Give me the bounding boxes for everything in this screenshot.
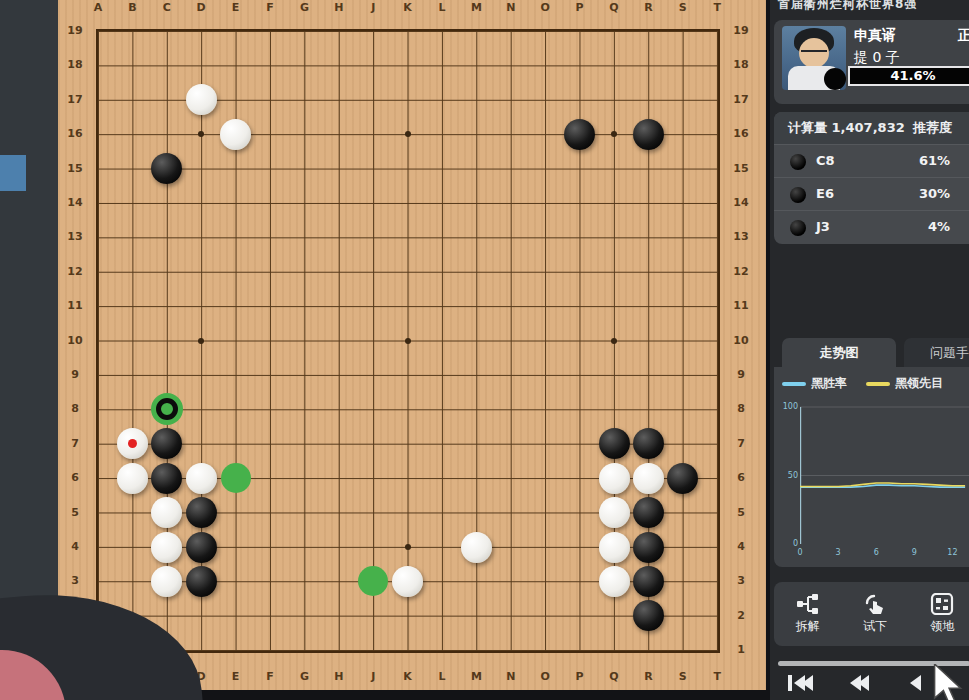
suggestions-panel: 计算量 1,407,832 推荐度 C861%E630%J34% <box>774 112 969 244</box>
coord-row-label: 4 <box>64 540 86 554</box>
coord-column-label: M <box>465 1 487 15</box>
coord-row-label: 3 <box>730 574 752 588</box>
coord-row-label: 11 <box>64 299 86 313</box>
coord-column-label: D <box>190 1 212 15</box>
black-stone-icon <box>790 220 806 236</box>
coord-row-label: 15 <box>730 162 752 176</box>
coord-row-label: 14 <box>64 196 86 210</box>
tab-problem-moves[interactable]: 问题手 <box>904 338 969 367</box>
y-axis-tick: 100 <box>774 402 798 411</box>
coord-row-label: 10 <box>64 334 86 348</box>
coord-column-label: R <box>637 1 659 15</box>
player-name: 申真谞 <box>854 27 896 45</box>
black-stone-badge <box>824 68 846 90</box>
coord-row-label: 19 <box>730 24 752 38</box>
black-stone <box>564 119 595 150</box>
black-stone <box>633 428 664 459</box>
chart-legend: 黑胜率 黑领先目 <box>782 375 957 392</box>
coord-row-label: 19 <box>64 24 86 38</box>
skip-to-start-icon <box>788 675 792 691</box>
hand-tap-icon <box>863 593 887 615</box>
coord-row-label: 2 <box>730 609 752 623</box>
y-axis-tick: 0 <box>774 539 798 548</box>
step-back-icon <box>910 675 921 691</box>
white-stone <box>186 84 217 115</box>
coord-row-label: 9 <box>64 368 86 382</box>
star-point <box>405 131 411 137</box>
coord-column-label: C <box>156 1 178 15</box>
tool-try-move-label: 试下 <box>863 618 887 635</box>
coord-column-label: O <box>534 670 556 684</box>
mouse-cursor <box>928 664 969 700</box>
coord-column-label: A <box>87 1 109 15</box>
suggestion-percent: 61% <box>919 153 950 168</box>
coord-column-label: O <box>534 1 556 15</box>
x-axis-tick: 6 <box>870 548 882 557</box>
white-stone <box>186 463 217 494</box>
tab-trend-chart[interactable]: 走势图 <box>782 338 896 367</box>
suggestions-header: 计算量 1,407,832 推荐度 <box>774 112 969 144</box>
white-stone <box>392 566 423 597</box>
black-stone <box>633 497 664 528</box>
branch-icon <box>796 593 820 615</box>
legend-line-black-winrate <box>782 382 806 386</box>
coord-row-label: 16 <box>64 127 86 141</box>
black-stone <box>186 532 217 563</box>
star-point <box>405 544 411 550</box>
side-drawer-handle[interactable] <box>0 155 26 191</box>
coord-column-label: R <box>637 670 659 684</box>
coord-row-label: 5 <box>64 506 86 520</box>
visits-label: 计算量 <box>788 120 827 135</box>
coord-row-label: 17 <box>730 93 752 107</box>
coord-column-label: H <box>328 670 350 684</box>
coord-column-label: S <box>672 1 694 15</box>
coord-row-label: 12 <box>730 265 752 279</box>
coord-column-label: G <box>293 1 315 15</box>
fast-rewind-button[interactable] <box>850 675 869 691</box>
x-axis-tick: 9 <box>908 548 920 557</box>
coord-column-label: T <box>706 670 728 684</box>
visits-text: 计算量 1,407,832 <box>788 112 905 144</box>
coord-column-label: F <box>259 670 281 684</box>
tool-branch[interactable]: 拆解 <box>796 593 820 635</box>
coord-column-label: E <box>225 670 247 684</box>
coord-row-label: 3 <box>64 574 86 588</box>
black-stone <box>633 566 664 597</box>
tool-territory[interactable]: 领地 <box>930 593 954 635</box>
coord-column-label: T <box>706 1 728 15</box>
coord-column-label: K <box>397 670 419 684</box>
coord-row-label: 6 <box>730 471 752 485</box>
coord-column-label: B <box>121 1 143 15</box>
tool-territory-label: 领地 <box>930 618 954 635</box>
coord-column-label: H <box>328 1 350 15</box>
black-stone-icon <box>790 187 806 203</box>
suggestion-row[interactable]: C861% <box>774 144 969 177</box>
white-stone <box>461 532 492 563</box>
black-stone <box>186 497 217 528</box>
coord-column-label: P <box>569 670 591 684</box>
black-stone <box>633 600 664 631</box>
coord-row-label: 18 <box>64 58 86 72</box>
coord-column-label: Q <box>603 1 625 15</box>
x-axis-tick: 0 <box>794 548 806 557</box>
star-point <box>611 338 617 344</box>
black-stone <box>186 566 217 597</box>
coord-column-label: P <box>569 1 591 15</box>
coord-row-label: 12 <box>64 265 86 279</box>
white-stone <box>633 463 664 494</box>
coord-row-label: 6 <box>64 471 86 485</box>
coord-row-label: 7 <box>64 437 86 451</box>
recommend-label: 推荐度 <box>913 112 952 144</box>
go-board[interactable]: AABBCCDDEEFFGGHHJJKKLLMMNNOOPPQQRRSSTT19… <box>58 0 766 690</box>
coord-row-label: 16 <box>730 127 752 141</box>
black-stone-icon <box>790 154 806 170</box>
coord-column-label: F <box>259 1 281 15</box>
app-screen: AABBCCDDEEFFGGHHJJKKLLMMNNOOPPQQRRSSTT19… <box>0 0 969 700</box>
coord-row-label: 18 <box>730 58 752 72</box>
skip-to-start-button[interactable] <box>788 675 813 691</box>
analysis-sidebar: 首届衢州烂柯杯世界8强 申真谞 提 0 子 正 41.6% 计算量 1,407,… <box>770 0 969 700</box>
x-axis-tick: 3 <box>832 548 844 557</box>
step-back-button[interactable] <box>910 675 921 691</box>
white-stone <box>220 119 251 150</box>
coord-column-label: M <box>465 670 487 684</box>
suggestion-move: C8 <box>816 153 835 168</box>
suggested-move-marker[interactable] <box>151 393 183 425</box>
match-title: 首届衢州烂柯杯世界8强 <box>778 0 917 13</box>
legend-line-black-lead <box>866 382 890 386</box>
winrate-chart <box>800 405 969 547</box>
white-stone <box>599 497 630 528</box>
coord-column-label: J <box>362 1 384 15</box>
suggested-move-marker[interactable] <box>221 463 251 493</box>
tool-branch-label: 拆解 <box>796 618 820 635</box>
coord-row-label: 13 <box>730 230 752 244</box>
coord-row-label: 11 <box>730 299 752 313</box>
winrate-bar: 41.6% <box>848 66 969 86</box>
coord-column-label: J <box>362 670 384 684</box>
black-stone <box>633 119 664 150</box>
coord-row-label: 8 <box>64 402 86 416</box>
avatar-glasses <box>801 50 827 56</box>
coord-row-label: 4 <box>730 540 752 554</box>
black-stone <box>633 532 664 563</box>
playback-controls <box>770 672 969 700</box>
black-stone <box>599 428 630 459</box>
coord-row-label: 10 <box>730 334 752 348</box>
legend-label-black-lead: 黑领先目 <box>895 375 943 392</box>
player-captures: 提 0 子 <box>854 49 900 67</box>
territory-icon <box>930 593 954 615</box>
coord-column-label: L <box>431 670 453 684</box>
white-stone <box>117 463 148 494</box>
tool-try-move[interactable]: 试下 <box>863 593 887 635</box>
coord-column-label: Q <box>603 670 625 684</box>
legend-label-black-winrate: 黑胜率 <box>811 375 847 392</box>
coord-row-label: 14 <box>730 196 752 210</box>
x-axis-tick: 12 <box>946 548 958 557</box>
coord-row-label: 7 <box>730 437 752 451</box>
coord-column-label: L <box>431 1 453 15</box>
coord-column-label: N <box>500 670 522 684</box>
suggestion-move: J3 <box>816 219 830 234</box>
coord-column-label: E <box>225 1 247 15</box>
visits-value: 1,407,832 <box>832 120 905 135</box>
tool-buttons: 拆解 试下 领地 <box>774 582 969 646</box>
suggestion-move: E6 <box>816 186 834 201</box>
coord-column-label: N <box>500 1 522 15</box>
white-stone <box>599 532 630 563</box>
star-point <box>405 338 411 344</box>
white-stone <box>151 566 182 597</box>
coord-column-label: K <box>397 1 419 15</box>
player-status-partial: 正 <box>958 27 969 45</box>
black-stone <box>151 463 182 494</box>
white-stone <box>599 463 630 494</box>
suggestion-row[interactable]: J34% <box>774 210 969 243</box>
coord-row-label: 5 <box>730 506 752 520</box>
coord-row-label: 17 <box>64 93 86 107</box>
coord-row-label: 8 <box>730 402 752 416</box>
player-card: 申真谞 提 0 子 正 41.6% <box>774 20 969 104</box>
star-point <box>198 338 204 344</box>
coord-row-label: 9 <box>730 368 752 382</box>
suggestion-percent: 4% <box>928 219 950 234</box>
white-stone <box>599 566 630 597</box>
trend-chart-panel: 黑胜率 黑领先目 100500036912 <box>774 367 969 567</box>
white-stone <box>151 532 182 563</box>
coord-column-label: S <box>672 670 694 684</box>
coord-row-label: 13 <box>64 230 86 244</box>
coord-row-label: 1 <box>730 643 752 657</box>
coord-row-label: 15 <box>64 162 86 176</box>
coord-column-label: G <box>293 670 315 684</box>
suggestion-percent: 30% <box>919 186 950 201</box>
black-stone <box>667 463 698 494</box>
y-axis-tick: 50 <box>774 471 798 480</box>
suggestion-row[interactable]: E630% <box>774 177 969 210</box>
